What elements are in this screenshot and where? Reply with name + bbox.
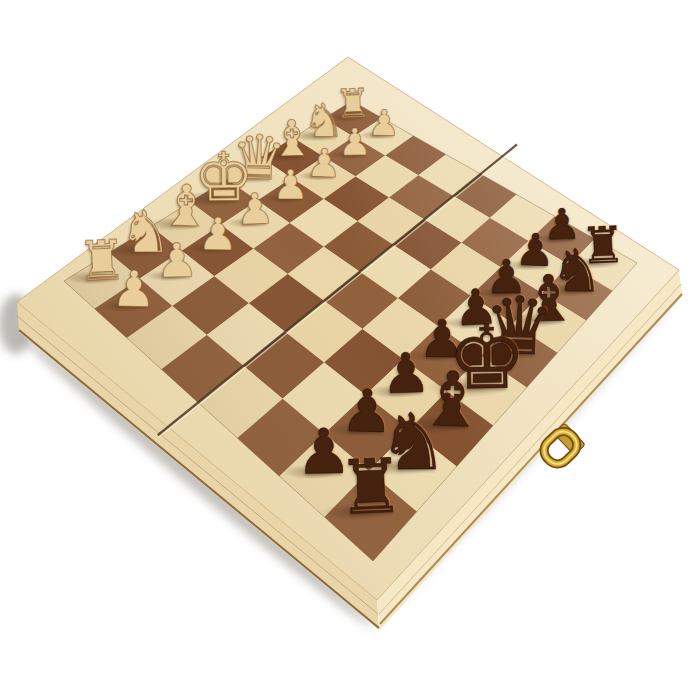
piece-white-pawn-g2[interactable]: ♟ xyxy=(155,237,199,285)
piece-white-pawn-e2[interactable]: ♟ xyxy=(235,187,275,231)
piece-white-pawn-h2[interactable]: ♟ xyxy=(110,264,156,315)
piece-white-pawn-c2[interactable]: ♟ xyxy=(305,143,342,184)
folding-chess-box-photo: ♜♞♝♛♚♝♞♜♟♟♟♟♟♟♟♟♟♟♟♟♟♟♟♟♜♞♝♛♚♝♞♜ xyxy=(0,0,700,700)
piece-white-pawn-d2[interactable]: ♟ xyxy=(272,165,309,206)
piece-white-pawn-b2[interactable]: ♟ xyxy=(337,124,371,162)
piece-black-rook-h8[interactable]: ♜ xyxy=(336,449,406,526)
piece-white-pawn-f2[interactable]: ♟ xyxy=(197,211,238,257)
